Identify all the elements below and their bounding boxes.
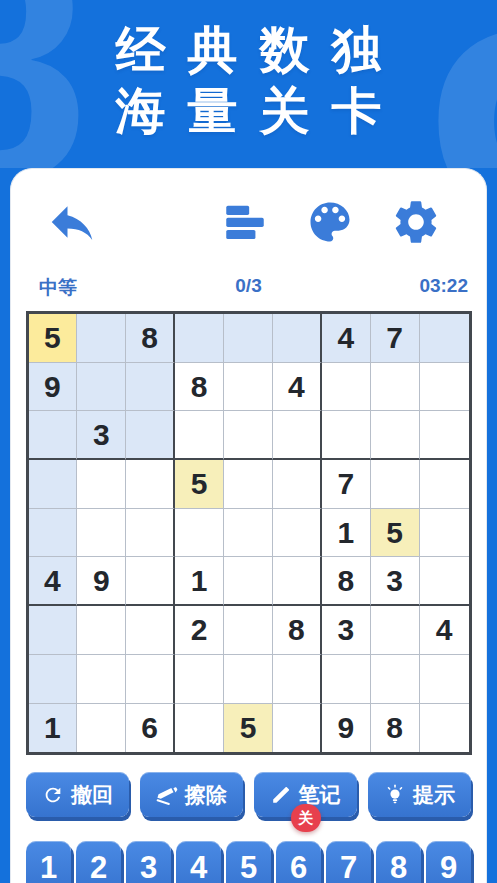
- sudoku-cell[interactable]: [126, 363, 175, 412]
- sudoku-cell[interactable]: 5: [175, 460, 224, 509]
- action-bar: 撤回 擦除 笔记 关: [26, 772, 471, 817]
- sudoku-cell[interactable]: [371, 460, 420, 509]
- sudoku-cell[interactable]: [175, 509, 224, 558]
- sudoku-cell[interactable]: [224, 655, 273, 704]
- sudoku-cell[interactable]: [224, 411, 273, 460]
- difficulty-label: 中等: [39, 275, 77, 301]
- sudoku-cell[interactable]: [273, 509, 322, 558]
- sudoku-cell[interactable]: [273, 411, 322, 460]
- sudoku-cell[interactable]: 8: [371, 704, 420, 753]
- sudoku-cell[interactable]: [224, 314, 273, 363]
- sudoku-cell[interactable]: 7: [322, 460, 371, 509]
- sudoku-cell[interactable]: [77, 606, 126, 655]
- sudoku-cell[interactable]: 3: [371, 557, 420, 606]
- erase-button[interactable]: 擦除: [140, 772, 243, 817]
- sudoku-cell[interactable]: [126, 460, 175, 509]
- sudoku-cell[interactable]: [29, 509, 78, 558]
- status-bar: 中等 0/3 03:22: [29, 275, 468, 299]
- erase-icon: [156, 784, 178, 806]
- mistakes-counter: 0/3: [235, 275, 261, 297]
- sudoku-cell[interactable]: [371, 606, 420, 655]
- sudoku-cell[interactable]: 4: [420, 606, 469, 655]
- hint-button[interactable]: 提示: [368, 772, 471, 817]
- sudoku-cell[interactable]: [29, 411, 78, 460]
- sudoku-cell[interactable]: [77, 509, 126, 558]
- undo-icon: [42, 784, 64, 806]
- numpad-button-6[interactable]: 6: [276, 841, 321, 883]
- sudoku-cell[interactable]: [77, 314, 126, 363]
- sudoku-cell[interactable]: 4: [29, 557, 78, 606]
- sudoku-cell[interactable]: 1: [322, 509, 371, 558]
- sudoku-cell[interactable]: [371, 363, 420, 412]
- sudoku-cell[interactable]: 7: [371, 314, 420, 363]
- sudoku-cell[interactable]: [420, 557, 469, 606]
- sudoku-cell[interactable]: [224, 606, 273, 655]
- game-card: 中等 0/3 03:22 58479843571549183283416598 …: [10, 168, 487, 883]
- sudoku-cell[interactable]: [29, 460, 78, 509]
- numpad-button-1[interactable]: 1: [26, 841, 71, 883]
- sudoku-cell[interactable]: 9: [77, 557, 126, 606]
- sudoku-cell[interactable]: [420, 509, 469, 558]
- sudoku-cell[interactable]: [224, 363, 273, 412]
- toolbar: [11, 169, 486, 249]
- sudoku-cell[interactable]: 3: [77, 411, 126, 460]
- theme-palette-icon[interactable]: [304, 196, 356, 248]
- sudoku-cell[interactable]: 4: [322, 314, 371, 363]
- sudoku-cell[interactable]: 2: [175, 606, 224, 655]
- sudoku-cell[interactable]: 8: [273, 606, 322, 655]
- levels-list-icon[interactable]: [220, 197, 270, 247]
- sudoku-cell[interactable]: 5: [224, 704, 273, 753]
- sudoku-cell[interactable]: [224, 557, 273, 606]
- sudoku-cell[interactable]: [126, 606, 175, 655]
- sudoku-cell[interactable]: [273, 557, 322, 606]
- sudoku-cell[interactable]: [126, 509, 175, 558]
- undo-button[interactable]: 撤回: [26, 772, 129, 817]
- sudoku-cell[interactable]: [77, 704, 126, 753]
- back-icon[interactable]: [45, 195, 99, 249]
- numpad-button-7[interactable]: 7: [326, 841, 371, 883]
- sudoku-cell[interactable]: [371, 655, 420, 704]
- sudoku-cell[interactable]: 8: [126, 314, 175, 363]
- number-pad: 123456789: [26, 841, 471, 883]
- banner: 8 9 经典数独 海量关卡: [0, 0, 497, 168]
- numpad-button-9[interactable]: 9: [426, 841, 471, 883]
- numpad-button-2[interactable]: 2: [76, 841, 121, 883]
- sudoku-cell[interactable]: [420, 363, 469, 412]
- sudoku-cell[interactable]: [273, 704, 322, 753]
- notes-button[interactable]: 笔记 关: [254, 772, 357, 817]
- sudoku-cell[interactable]: [77, 655, 126, 704]
- sudoku-cell[interactable]: [224, 509, 273, 558]
- sudoku-cell[interactable]: [273, 460, 322, 509]
- numpad-button-8[interactable]: 8: [376, 841, 421, 883]
- sudoku-cell[interactable]: [29, 606, 78, 655]
- sudoku-cell[interactable]: 9: [322, 704, 371, 753]
- banner-title-line2: 海量关卡: [0, 81, 497, 142]
- sudoku-cell[interactable]: 8: [322, 557, 371, 606]
- timer: 03:22: [419, 275, 468, 297]
- sudoku-cell[interactable]: [29, 655, 78, 704]
- sudoku-cell[interactable]: [126, 655, 175, 704]
- numpad-button-5[interactable]: 5: [226, 841, 271, 883]
- sudoku-cell[interactable]: 8: [175, 363, 224, 412]
- sudoku-cell[interactable]: [420, 314, 469, 363]
- sudoku-cell[interactable]: [126, 411, 175, 460]
- sudoku-cell[interactable]: [273, 655, 322, 704]
- sudoku-cell[interactable]: [420, 460, 469, 509]
- sudoku-cell[interactable]: [420, 411, 469, 460]
- sudoku-cell[interactable]: [420, 655, 469, 704]
- sudoku-cell[interactable]: 9: [29, 363, 78, 412]
- sudoku-cell[interactable]: [175, 655, 224, 704]
- banner-title-line1: 经典数独: [0, 20, 497, 81]
- numpad-button-3[interactable]: 3: [126, 841, 171, 883]
- notes-off-badge: 关: [291, 804, 321, 832]
- numpad-button-4[interactable]: 4: [176, 841, 221, 883]
- sudoku-cell[interactable]: [420, 704, 469, 753]
- sudoku-cell[interactable]: 6: [126, 704, 175, 753]
- sudoku-cell[interactable]: 5: [371, 509, 420, 558]
- sudoku-cell[interactable]: 3: [322, 606, 371, 655]
- sudoku-cell[interactable]: 1: [29, 704, 78, 753]
- sudoku-cell[interactable]: [322, 363, 371, 412]
- note-icon: [271, 784, 292, 805]
- sudoku-cell[interactable]: [175, 411, 224, 460]
- sudoku-cell[interactable]: [77, 460, 126, 509]
- app-screen: 8 9 经典数独 海量关卡: [0, 0, 497, 883]
- sudoku-cell[interactable]: 1: [175, 557, 224, 606]
- sudoku-cell[interactable]: 4: [273, 363, 322, 412]
- sudoku-cell[interactable]: [224, 460, 273, 509]
- sudoku-cell[interactable]: [175, 704, 224, 753]
- settings-gear-icon[interactable]: [390, 196, 442, 248]
- sudoku-cell[interactable]: [273, 314, 322, 363]
- hint-icon: [384, 784, 406, 806]
- sudoku-cell[interactable]: 5: [29, 314, 78, 363]
- sudoku-cell[interactable]: [77, 363, 126, 412]
- sudoku-cell[interactable]: [371, 411, 420, 460]
- sudoku-cell[interactable]: [175, 314, 224, 363]
- sudoku-cell[interactable]: [322, 655, 371, 704]
- sudoku-cell[interactable]: [126, 557, 175, 606]
- sudoku-board: 58479843571549183283416598: [26, 311, 472, 755]
- sudoku-cell[interactable]: [322, 411, 371, 460]
